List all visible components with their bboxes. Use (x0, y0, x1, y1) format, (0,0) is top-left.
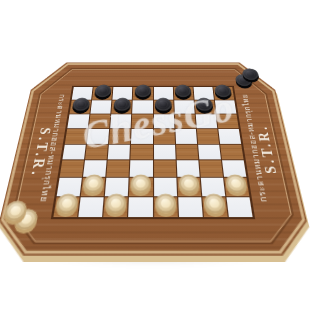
square[interactable] (198, 144, 221, 159)
square[interactable] (108, 144, 130, 159)
square[interactable] (224, 178, 249, 197)
black-piece[interactable] (94, 87, 112, 100)
white-piece[interactable] (203, 197, 226, 217)
square[interactable] (154, 197, 178, 217)
square[interactable] (129, 197, 153, 217)
product-photo: S.T.R. กระดานหมากฮอส-หมากรุกไทย S.T.R. ก… (0, 0, 320, 320)
square[interactable] (62, 144, 86, 159)
black-piece[interactable] (175, 87, 192, 100)
square[interactable] (195, 114, 217, 128)
square[interactable] (110, 114, 131, 128)
black-piece[interactable] (196, 100, 214, 113)
square[interactable] (215, 100, 237, 113)
square[interactable] (220, 144, 244, 159)
square[interactable] (103, 197, 128, 217)
square[interactable] (199, 161, 223, 177)
square[interactable] (91, 100, 112, 113)
square[interactable] (202, 197, 227, 217)
square[interactable] (81, 178, 106, 197)
board-grid (51, 86, 255, 219)
square[interactable] (60, 161, 84, 177)
square[interactable] (175, 129, 197, 144)
square[interactable] (129, 178, 152, 197)
checkers-board: S.T.R. กระดานหมากฮอส-หมากรุกไทย S.T.R. ก… (0, 63, 315, 256)
square[interactable] (131, 144, 153, 159)
square[interactable] (133, 87, 153, 100)
square[interactable] (153, 129, 174, 144)
white-piece[interactable] (225, 178, 248, 197)
square[interactable] (154, 144, 176, 159)
square[interactable] (218, 129, 241, 144)
white-piece[interactable] (55, 197, 79, 217)
square[interactable] (216, 114, 238, 128)
square[interactable] (177, 178, 201, 197)
square[interactable] (132, 114, 153, 128)
square[interactable] (92, 87, 112, 100)
square[interactable] (174, 114, 195, 128)
square[interactable] (70, 100, 92, 113)
square[interactable] (65, 129, 88, 144)
white-piece[interactable] (178, 178, 200, 197)
square[interactable] (112, 100, 133, 113)
square[interactable] (67, 114, 89, 128)
square[interactable] (107, 161, 130, 177)
white-piece[interactable] (155, 197, 177, 217)
square[interactable] (174, 100, 195, 113)
square[interactable] (176, 144, 198, 159)
white-piece[interactable] (130, 178, 151, 197)
square[interactable] (89, 114, 111, 128)
square[interactable] (85, 144, 108, 159)
black-piece[interactable] (71, 100, 90, 113)
square[interactable] (173, 87, 193, 100)
black-piece[interactable] (134, 87, 151, 100)
black-piece[interactable] (155, 100, 172, 113)
square[interactable] (194, 100, 215, 113)
white-piece[interactable] (105, 197, 127, 217)
square[interactable] (153, 100, 173, 113)
square[interactable] (87, 129, 109, 144)
square[interactable] (226, 197, 252, 217)
square[interactable] (131, 129, 152, 144)
square[interactable] (213, 87, 234, 100)
black-piece[interactable] (215, 87, 233, 100)
black-piece[interactable] (113, 100, 131, 113)
square[interactable] (109, 129, 131, 144)
square[interactable] (178, 197, 203, 217)
square[interactable] (197, 129, 219, 144)
square[interactable] (153, 114, 174, 128)
square[interactable] (53, 197, 79, 217)
square[interactable] (78, 197, 103, 217)
square[interactable] (154, 161, 176, 177)
white-piece[interactable] (82, 178, 104, 197)
square[interactable] (133, 100, 153, 113)
